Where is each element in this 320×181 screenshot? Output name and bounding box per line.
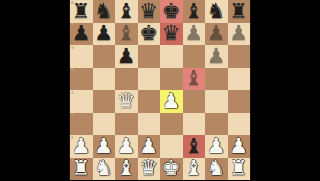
square-d5[interactable] [138, 68, 161, 91]
black-bishop: ♝ [117, 0, 136, 21]
rank-label-6: 6 [71, 46, 74, 50]
square-b7[interactable]: ♟ [93, 23, 116, 46]
chess-board[interactable]: 8♜♞♝♛♚♝♞♜7♟♟♝♚♛♟♟♟6♟♟5♝4♛♟32♟♟♟♟♝♟♟1♜♞♝♛… [70, 0, 250, 180]
black-knight: ♞ [94, 0, 113, 21]
square-f6[interactable] [183, 45, 206, 68]
square-e1[interactable]: ♚ [160, 158, 183, 181]
black-queen: ♛ [139, 0, 158, 21]
square-d4[interactable] [138, 90, 161, 113]
square-f3[interactable] [183, 113, 206, 136]
square-e5[interactable] [160, 68, 183, 91]
square-e8[interactable]: ♚ [160, 0, 183, 23]
black-pawn: ♟ [72, 23, 91, 44]
square-e6[interactable] [160, 45, 183, 68]
square-b6[interactable] [93, 45, 116, 68]
square-e2[interactable] [160, 135, 183, 158]
square-c1[interactable]: ♝ [115, 158, 138, 181]
square-c8[interactable]: ♝ [115, 0, 138, 23]
square-c5[interactable] [115, 68, 138, 91]
square-a8[interactable]: 8♜ [70, 0, 93, 23]
square-e7[interactable]: ♛ [160, 23, 183, 46]
square-d8[interactable]: ♛ [138, 0, 161, 23]
rank-label-3: 3 [71, 113, 74, 117]
square-g4[interactable] [205, 90, 228, 113]
square-d3[interactable] [138, 113, 161, 136]
square-e4[interactable]: ♟ [160, 90, 183, 113]
black-king: ♚ [139, 23, 158, 44]
white-king: ♚ [162, 158, 181, 179]
square-h3[interactable] [228, 113, 251, 136]
black-bishop: ♝ [184, 135, 203, 156]
letterbox-background: 8♜♞♝♛♚♝♞♜7♟♟♝♚♛♟♟♟6♟♟5♝4♛♟32♟♟♟♟♝♟♟1♜♞♝♛… [0, 0, 320, 180]
square-d2[interactable]: ♟ [138, 135, 161, 158]
square-h5[interactable] [228, 68, 251, 91]
rank-label-2: 2 [71, 136, 74, 140]
square-g1[interactable]: ♞ [205, 158, 228, 181]
square-g7[interactable]: ♟ [205, 23, 228, 46]
square-b8[interactable]: ♞ [93, 0, 116, 23]
white-pawn: ♟ [117, 135, 136, 156]
black-bishop: ♝ [184, 0, 203, 21]
square-c7[interactable]: ♝ [115, 23, 138, 46]
black-pawn-ghost: ♟ [207, 23, 226, 44]
square-a5[interactable]: 5 [70, 68, 93, 91]
white-pawn: ♟ [94, 135, 113, 156]
square-a2[interactable]: 2♟ [70, 135, 93, 158]
white-rook: ♜ [72, 158, 91, 179]
square-f2[interactable]: ♝ [183, 135, 206, 158]
square-g8[interactable]: ♞ [205, 0, 228, 23]
black-queen: ♛ [162, 23, 181, 44]
white-knight: ♞ [94, 158, 113, 179]
white-pawn: ♟ [139, 135, 158, 156]
square-b2[interactable]: ♟ [93, 135, 116, 158]
square-h1[interactable]: ♜ [228, 158, 251, 181]
square-e3[interactable] [160, 113, 183, 136]
rank-label-8: 8 [71, 1, 74, 5]
white-pawn: ♟ [207, 135, 226, 156]
square-b1[interactable]: ♞ [93, 158, 116, 181]
square-a4[interactable]: 4 [70, 90, 93, 113]
square-a6[interactable]: 6 [70, 45, 93, 68]
square-b4[interactable] [93, 90, 116, 113]
white-pawn: ♟ [72, 135, 91, 156]
black-king: ♚ [162, 0, 181, 21]
white-pawn: ♟ [162, 90, 181, 111]
square-h4[interactable] [228, 90, 251, 113]
white-knight: ♞ [207, 158, 226, 179]
square-c2[interactable]: ♟ [115, 135, 138, 158]
white-bishop: ♝ [117, 158, 136, 179]
white-rook: ♜ [229, 158, 248, 179]
square-d1[interactable]: ♛ [138, 158, 161, 181]
square-g5[interactable] [205, 68, 228, 91]
square-f1[interactable]: ♝ [183, 158, 206, 181]
black-bishop-ghost: ♝ [117, 23, 136, 44]
square-g3[interactable] [205, 113, 228, 136]
black-pawn-ghost: ♟ [229, 23, 248, 44]
rank-label-7: 7 [71, 23, 74, 27]
square-a1[interactable]: 1♜ [70, 158, 93, 181]
black-rook: ♜ [72, 0, 91, 21]
black-pawn-ghost: ♟ [207, 45, 226, 66]
square-f7[interactable]: ♟ [183, 23, 206, 46]
rank-label-5: 5 [71, 68, 74, 72]
rank-label-4: 4 [71, 91, 74, 95]
white-pawn: ♟ [229, 135, 248, 156]
square-b5[interactable] [93, 68, 116, 91]
square-g6[interactable]: ♟ [205, 45, 228, 68]
black-rook: ♜ [229, 0, 248, 21]
rank-label-1: 1 [71, 158, 74, 162]
square-c4[interactable]: ♛ [115, 90, 138, 113]
square-f4[interactable] [183, 90, 206, 113]
black-bishop-ghost: ♝ [184, 68, 203, 89]
black-pawn: ♟ [117, 45, 136, 66]
white-queen: ♛ [139, 158, 158, 179]
square-c3[interactable] [115, 113, 138, 136]
square-g2[interactable]: ♟ [205, 135, 228, 158]
white-queen-ghost: ♛ [117, 90, 136, 111]
square-d6[interactable] [138, 45, 161, 68]
square-h7[interactable]: ♟ [228, 23, 251, 46]
square-d7[interactable]: ♚ [138, 23, 161, 46]
square-a3[interactable]: 3 [70, 113, 93, 136]
black-pawn-ghost: ♟ [184, 23, 203, 44]
black-knight: ♞ [207, 0, 226, 21]
black-pawn: ♟ [94, 23, 113, 44]
square-h2[interactable]: ♟ [228, 135, 251, 158]
square-f5[interactable]: ♝ [183, 68, 206, 91]
square-h6[interactable] [228, 45, 251, 68]
square-c6[interactable]: ♟ [115, 45, 138, 68]
white-bishop: ♝ [184, 158, 203, 179]
square-f8[interactable]: ♝ [183, 0, 206, 23]
square-a7[interactable]: 7♟ [70, 23, 93, 46]
square-b3[interactable] [93, 113, 116, 136]
square-h8[interactable]: ♜ [228, 0, 251, 23]
